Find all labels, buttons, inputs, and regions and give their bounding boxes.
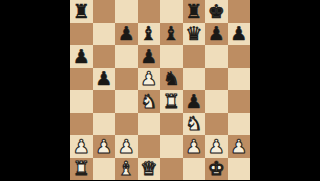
square-d7[interactable]: ♝ xyxy=(138,23,161,46)
square-b4[interactable] xyxy=(93,90,116,113)
black-knight-icon[interactable]: ♞ xyxy=(163,69,180,88)
square-f4[interactable]: ♟ xyxy=(183,90,206,113)
square-b7[interactable] xyxy=(93,23,116,46)
black-pawn-icon[interactable]: ♟ xyxy=(185,92,202,111)
square-b2[interactable]: ♟ xyxy=(93,135,116,158)
square-f7[interactable]: ♛ xyxy=(183,23,206,46)
square-c5[interactable] xyxy=(115,68,138,91)
square-b5[interactable]: ♟ xyxy=(93,68,116,91)
screenshot-stage: ♜♜♚♟♝♝♛♟♟♟♟♟♟♞♞♜♟♞♟♟♟♟♟♟♜♝♛♚ xyxy=(0,0,320,180)
square-g1[interactable]: ♚ xyxy=(205,158,228,181)
square-b8[interactable] xyxy=(93,0,116,23)
square-a6[interactable]: ♟ xyxy=(70,45,93,68)
black-king-icon[interactable]: ♚ xyxy=(208,2,225,21)
white-pawn-icon[interactable]: ♟ xyxy=(95,137,112,156)
square-a8[interactable]: ♜ xyxy=(70,0,93,23)
black-rook-icon[interactable]: ♜ xyxy=(185,2,202,21)
black-queen-icon[interactable]: ♛ xyxy=(185,24,202,43)
black-pawn-icon[interactable]: ♟ xyxy=(73,47,90,66)
square-a5[interactable] xyxy=(70,68,93,91)
black-bishop-icon[interactable]: ♝ xyxy=(163,24,180,43)
square-c6[interactable] xyxy=(115,45,138,68)
square-b6[interactable] xyxy=(93,45,116,68)
square-c3[interactable] xyxy=(115,113,138,136)
square-h1[interactable] xyxy=(228,158,251,181)
black-rook-icon[interactable]: ♜ xyxy=(73,2,90,21)
black-pawn-icon[interactable]: ♟ xyxy=(208,24,225,43)
square-e3[interactable] xyxy=(160,113,183,136)
square-d1[interactable]: ♛ xyxy=(138,158,161,181)
white-pawn-icon[interactable]: ♟ xyxy=(73,137,90,156)
white-pawn-icon[interactable]: ♟ xyxy=(230,137,247,156)
black-bishop-icon[interactable]: ♝ xyxy=(140,24,157,43)
square-d4[interactable]: ♞ xyxy=(138,90,161,113)
white-rook-icon[interactable]: ♜ xyxy=(73,159,90,178)
letterbox-right xyxy=(250,0,320,180)
white-pawn-icon[interactable]: ♟ xyxy=(185,137,202,156)
white-pawn-icon[interactable]: ♟ xyxy=(208,137,225,156)
black-pawn-icon[interactable]: ♟ xyxy=(118,24,135,43)
chess-board: ♜♜♚♟♝♝♛♟♟♟♟♟♟♞♞♜♟♞♟♟♟♟♟♟♜♝♛♚ xyxy=(70,0,250,180)
square-c1[interactable]: ♝ xyxy=(115,158,138,181)
square-e2[interactable] xyxy=(160,135,183,158)
square-h6[interactable] xyxy=(228,45,251,68)
square-e7[interactable]: ♝ xyxy=(160,23,183,46)
square-f8[interactable]: ♜ xyxy=(183,0,206,23)
white-pawn-icon[interactable]: ♟ xyxy=(140,69,157,88)
black-pawn-icon[interactable]: ♟ xyxy=(230,24,247,43)
square-c2[interactable]: ♟ xyxy=(115,135,138,158)
square-e6[interactable] xyxy=(160,45,183,68)
white-queen-icon[interactable]: ♛ xyxy=(140,159,157,178)
square-g8[interactable]: ♚ xyxy=(205,0,228,23)
square-e8[interactable] xyxy=(160,0,183,23)
square-c7[interactable]: ♟ xyxy=(115,23,138,46)
white-knight-icon[interactable]: ♞ xyxy=(185,114,202,133)
square-g5[interactable] xyxy=(205,68,228,91)
square-f3[interactable]: ♞ xyxy=(183,113,206,136)
square-f2[interactable]: ♟ xyxy=(183,135,206,158)
square-d6[interactable]: ♟ xyxy=(138,45,161,68)
square-f5[interactable] xyxy=(183,68,206,91)
white-king-icon[interactable]: ♚ xyxy=(208,159,225,178)
square-g7[interactable]: ♟ xyxy=(205,23,228,46)
square-e1[interactable] xyxy=(160,158,183,181)
square-e4[interactable]: ♜ xyxy=(160,90,183,113)
square-g2[interactable]: ♟ xyxy=(205,135,228,158)
square-d2[interactable] xyxy=(138,135,161,158)
square-f1[interactable] xyxy=(183,158,206,181)
square-c8[interactable] xyxy=(115,0,138,23)
letterbox-left xyxy=(0,0,70,180)
square-g4[interactable] xyxy=(205,90,228,113)
square-b1[interactable] xyxy=(93,158,116,181)
white-rook-icon[interactable]: ♜ xyxy=(163,92,180,111)
black-pawn-icon[interactable]: ♟ xyxy=(95,69,112,88)
square-d3[interactable] xyxy=(138,113,161,136)
square-h3[interactable] xyxy=(228,113,251,136)
white-bishop-icon[interactable]: ♝ xyxy=(118,159,135,178)
square-h8[interactable] xyxy=(228,0,251,23)
square-g6[interactable] xyxy=(205,45,228,68)
black-pawn-icon[interactable]: ♟ xyxy=(140,47,157,66)
white-knight-icon[interactable]: ♞ xyxy=(140,92,157,111)
square-e5[interactable]: ♞ xyxy=(160,68,183,91)
square-d5[interactable]: ♟ xyxy=(138,68,161,91)
square-a2[interactable]: ♟ xyxy=(70,135,93,158)
square-h7[interactable]: ♟ xyxy=(228,23,251,46)
square-d8[interactable] xyxy=(138,0,161,23)
square-h5[interactable] xyxy=(228,68,251,91)
square-h4[interactable] xyxy=(228,90,251,113)
square-a7[interactable] xyxy=(70,23,93,46)
square-a1[interactable]: ♜ xyxy=(70,158,93,181)
square-f6[interactable] xyxy=(183,45,206,68)
square-a4[interactable] xyxy=(70,90,93,113)
square-a3[interactable] xyxy=(70,113,93,136)
square-b3[interactable] xyxy=(93,113,116,136)
square-c4[interactable] xyxy=(115,90,138,113)
white-pawn-icon[interactable]: ♟ xyxy=(118,137,135,156)
square-h2[interactable]: ♟ xyxy=(228,135,251,158)
square-g3[interactable] xyxy=(205,113,228,136)
